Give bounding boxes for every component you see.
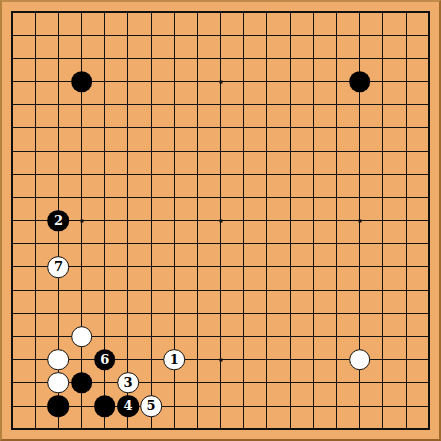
point-E6[interactable]	[93, 302, 116, 325]
point-D16[interactable]	[70, 70, 93, 93]
point-B3[interactable]	[24, 371, 47, 394]
point-P11[interactable]	[325, 186, 348, 209]
point-L8[interactable]	[232, 255, 255, 278]
point-L15[interactable]	[232, 93, 255, 116]
point-F3[interactable]: 3	[116, 371, 139, 394]
point-A7[interactable]	[1, 279, 24, 302]
point-O9[interactable]	[302, 232, 325, 255]
point-E12[interactable]	[93, 163, 116, 186]
point-F2[interactable]: 4	[116, 394, 139, 417]
point-C11[interactable]	[47, 186, 70, 209]
point-T9[interactable]	[418, 232, 441, 255]
point-C18[interactable]	[47, 24, 70, 47]
point-G6[interactable]	[140, 302, 163, 325]
point-T11[interactable]	[418, 186, 441, 209]
point-Q16[interactable]	[348, 70, 371, 93]
point-N15[interactable]	[279, 93, 302, 116]
point-K1[interactable]	[209, 418, 232, 441]
point-H8[interactable]	[163, 255, 186, 278]
point-R18[interactable]	[371, 24, 394, 47]
point-K11[interactable]	[209, 186, 232, 209]
point-Q6[interactable]	[348, 302, 371, 325]
point-M2[interactable]	[255, 394, 278, 417]
point-T13[interactable]	[418, 140, 441, 163]
point-B19[interactable]	[24, 1, 47, 24]
point-K8[interactable]	[209, 255, 232, 278]
point-N5[interactable]	[279, 325, 302, 348]
point-E15[interactable]	[93, 93, 116, 116]
point-T4[interactable]	[418, 348, 441, 371]
point-M8[interactable]	[255, 255, 278, 278]
point-T16[interactable]	[418, 70, 441, 93]
point-A11[interactable]	[1, 186, 24, 209]
point-F12[interactable]	[116, 163, 139, 186]
point-P19[interactable]	[325, 1, 348, 24]
point-R6[interactable]	[371, 302, 394, 325]
point-F10[interactable]	[116, 209, 139, 232]
point-M14[interactable]	[255, 116, 278, 139]
point-M4[interactable]	[255, 348, 278, 371]
point-R13[interactable]	[371, 140, 394, 163]
point-A9[interactable]	[1, 232, 24, 255]
point-R2[interactable]	[371, 394, 394, 417]
point-R7[interactable]	[371, 279, 394, 302]
point-K15[interactable]	[209, 93, 232, 116]
point-D6[interactable]	[70, 302, 93, 325]
point-P3[interactable]	[325, 371, 348, 394]
point-T1[interactable]	[418, 418, 441, 441]
point-J13[interactable]	[186, 140, 209, 163]
point-E13[interactable]	[93, 140, 116, 163]
point-E17[interactable]	[93, 47, 116, 70]
point-G10[interactable]	[140, 209, 163, 232]
point-D19[interactable]	[70, 1, 93, 24]
point-H19[interactable]	[163, 1, 186, 24]
point-A13[interactable]	[1, 140, 24, 163]
point-S10[interactable]	[394, 209, 417, 232]
point-G19[interactable]	[140, 1, 163, 24]
point-Q14[interactable]	[348, 116, 371, 139]
point-O12[interactable]	[302, 163, 325, 186]
point-A12[interactable]	[1, 163, 24, 186]
point-D14[interactable]	[70, 116, 93, 139]
point-D9[interactable]	[70, 232, 93, 255]
point-R8[interactable]	[371, 255, 394, 278]
point-S2[interactable]	[394, 394, 417, 417]
point-E2[interactable]	[93, 394, 116, 417]
point-O8[interactable]	[302, 255, 325, 278]
point-L10[interactable]	[232, 209, 255, 232]
point-S18[interactable]	[394, 24, 417, 47]
point-F6[interactable]	[116, 302, 139, 325]
point-P18[interactable]	[325, 24, 348, 47]
point-H4[interactable]: 1	[163, 348, 186, 371]
point-R17[interactable]	[371, 47, 394, 70]
point-O4[interactable]	[302, 348, 325, 371]
point-M19[interactable]	[255, 1, 278, 24]
point-O7[interactable]	[302, 279, 325, 302]
point-T12[interactable]	[418, 163, 441, 186]
point-O17[interactable]	[302, 47, 325, 70]
point-K3[interactable]	[209, 371, 232, 394]
point-D18[interactable]	[70, 24, 93, 47]
point-A17[interactable]	[1, 47, 24, 70]
point-M13[interactable]	[255, 140, 278, 163]
point-J10[interactable]	[186, 209, 209, 232]
point-E3[interactable]	[93, 371, 116, 394]
point-R19[interactable]	[371, 1, 394, 24]
point-H3[interactable]	[163, 371, 186, 394]
point-N11[interactable]	[279, 186, 302, 209]
point-D7[interactable]	[70, 279, 93, 302]
point-B12[interactable]	[24, 163, 47, 186]
point-Q4[interactable]	[348, 348, 371, 371]
point-O5[interactable]	[302, 325, 325, 348]
point-H12[interactable]	[163, 163, 186, 186]
point-T7[interactable]	[418, 279, 441, 302]
point-B1[interactable]	[24, 418, 47, 441]
point-N1[interactable]	[279, 418, 302, 441]
point-F5[interactable]	[116, 325, 139, 348]
point-D8[interactable]	[70, 255, 93, 278]
point-S9[interactable]	[394, 232, 417, 255]
point-J12[interactable]	[186, 163, 209, 186]
point-L17[interactable]	[232, 47, 255, 70]
point-E4[interactable]: 6	[93, 348, 116, 371]
point-G1[interactable]	[140, 418, 163, 441]
point-Q17[interactable]	[348, 47, 371, 70]
point-G17[interactable]	[140, 47, 163, 70]
point-K19[interactable]	[209, 1, 232, 24]
point-Q3[interactable]	[348, 371, 371, 394]
point-K5[interactable]	[209, 325, 232, 348]
point-L2[interactable]	[232, 394, 255, 417]
point-R15[interactable]	[371, 93, 394, 116]
point-O11[interactable]	[302, 186, 325, 209]
point-N4[interactable]	[279, 348, 302, 371]
point-F14[interactable]	[116, 116, 139, 139]
point-L18[interactable]	[232, 24, 255, 47]
point-N6[interactable]	[279, 302, 302, 325]
point-P13[interactable]	[325, 140, 348, 163]
point-A2[interactable]	[1, 394, 24, 417]
point-L7[interactable]	[232, 279, 255, 302]
point-S4[interactable]	[394, 348, 417, 371]
point-C16[interactable]	[47, 70, 70, 93]
point-B16[interactable]	[24, 70, 47, 93]
point-Q18[interactable]	[348, 24, 371, 47]
point-B9[interactable]	[24, 232, 47, 255]
point-G3[interactable]	[140, 371, 163, 394]
point-B11[interactable]	[24, 186, 47, 209]
point-D13[interactable]	[70, 140, 93, 163]
point-L5[interactable]	[232, 325, 255, 348]
point-L16[interactable]	[232, 70, 255, 93]
point-K7[interactable]	[209, 279, 232, 302]
point-K9[interactable]	[209, 232, 232, 255]
point-L12[interactable]	[232, 163, 255, 186]
point-C14[interactable]	[47, 116, 70, 139]
point-P7[interactable]	[325, 279, 348, 302]
point-S13[interactable]	[394, 140, 417, 163]
point-R11[interactable]	[371, 186, 394, 209]
point-P12[interactable]	[325, 163, 348, 186]
point-G11[interactable]	[140, 186, 163, 209]
point-B8[interactable]	[24, 255, 47, 278]
point-C5[interactable]	[47, 325, 70, 348]
point-P4[interactable]	[325, 348, 348, 371]
point-B5[interactable]	[24, 325, 47, 348]
point-Q15[interactable]	[348, 93, 371, 116]
point-Q19[interactable]	[348, 1, 371, 24]
point-M12[interactable]	[255, 163, 278, 186]
point-D2[interactable]	[70, 394, 93, 417]
point-F15[interactable]	[116, 93, 139, 116]
point-N9[interactable]	[279, 232, 302, 255]
point-C8[interactable]: 7	[47, 255, 70, 278]
point-E18[interactable]	[93, 24, 116, 47]
point-T8[interactable]	[418, 255, 441, 278]
point-H18[interactable]	[163, 24, 186, 47]
point-N14[interactable]	[279, 116, 302, 139]
point-L1[interactable]	[232, 418, 255, 441]
point-N16[interactable]	[279, 70, 302, 93]
point-T6[interactable]	[418, 302, 441, 325]
point-E10[interactable]	[93, 209, 116, 232]
point-D4[interactable]	[70, 348, 93, 371]
point-P9[interactable]	[325, 232, 348, 255]
point-F1[interactable]	[116, 418, 139, 441]
point-A8[interactable]	[1, 255, 24, 278]
point-L4[interactable]	[232, 348, 255, 371]
point-G2[interactable]: 5	[140, 394, 163, 417]
point-E9[interactable]	[93, 232, 116, 255]
point-K18[interactable]	[209, 24, 232, 47]
point-J14[interactable]	[186, 116, 209, 139]
point-J15[interactable]	[186, 93, 209, 116]
point-H1[interactable]	[163, 418, 186, 441]
point-C9[interactable]	[47, 232, 70, 255]
point-J18[interactable]	[186, 24, 209, 47]
point-B15[interactable]	[24, 93, 47, 116]
point-J3[interactable]	[186, 371, 209, 394]
point-O10[interactable]	[302, 209, 325, 232]
point-A16[interactable]	[1, 70, 24, 93]
point-K16[interactable]	[209, 70, 232, 93]
point-D15[interactable]	[70, 93, 93, 116]
point-Q13[interactable]	[348, 140, 371, 163]
point-S19[interactable]	[394, 1, 417, 24]
point-P5[interactable]	[325, 325, 348, 348]
point-P2[interactable]	[325, 394, 348, 417]
point-T5[interactable]	[418, 325, 441, 348]
point-K14[interactable]	[209, 116, 232, 139]
point-Q8[interactable]	[348, 255, 371, 278]
point-O18[interactable]	[302, 24, 325, 47]
point-M16[interactable]	[255, 70, 278, 93]
point-T18[interactable]	[418, 24, 441, 47]
point-S8[interactable]	[394, 255, 417, 278]
point-F16[interactable]	[116, 70, 139, 93]
point-H11[interactable]	[163, 186, 186, 209]
point-O2[interactable]	[302, 394, 325, 417]
point-S15[interactable]	[394, 93, 417, 116]
point-F11[interactable]	[116, 186, 139, 209]
point-C3[interactable]	[47, 371, 70, 394]
point-B10[interactable]	[24, 209, 47, 232]
point-P17[interactable]	[325, 47, 348, 70]
point-S11[interactable]	[394, 186, 417, 209]
point-A5[interactable]	[1, 325, 24, 348]
point-M6[interactable]	[255, 302, 278, 325]
point-D12[interactable]	[70, 163, 93, 186]
point-T15[interactable]	[418, 93, 441, 116]
point-N19[interactable]	[279, 1, 302, 24]
point-J17[interactable]	[186, 47, 209, 70]
point-L6[interactable]	[232, 302, 255, 325]
point-P6[interactable]	[325, 302, 348, 325]
point-M17[interactable]	[255, 47, 278, 70]
point-L13[interactable]	[232, 140, 255, 163]
point-J4[interactable]	[186, 348, 209, 371]
point-O3[interactable]	[302, 371, 325, 394]
point-S5[interactable]	[394, 325, 417, 348]
point-G12[interactable]	[140, 163, 163, 186]
point-E7[interactable]	[93, 279, 116, 302]
point-H13[interactable]	[163, 140, 186, 163]
point-S1[interactable]	[394, 418, 417, 441]
point-P16[interactable]	[325, 70, 348, 93]
point-C7[interactable]	[47, 279, 70, 302]
point-S17[interactable]	[394, 47, 417, 70]
point-F8[interactable]	[116, 255, 139, 278]
point-C19[interactable]	[47, 1, 70, 24]
point-J8[interactable]	[186, 255, 209, 278]
point-M18[interactable]	[255, 24, 278, 47]
point-L3[interactable]	[232, 371, 255, 394]
point-G8[interactable]	[140, 255, 163, 278]
point-Q10[interactable]	[348, 209, 371, 232]
point-A19[interactable]	[1, 1, 24, 24]
point-C15[interactable]	[47, 93, 70, 116]
point-A3[interactable]	[1, 371, 24, 394]
point-G16[interactable]	[140, 70, 163, 93]
point-M1[interactable]	[255, 418, 278, 441]
point-B2[interactable]	[24, 394, 47, 417]
point-A15[interactable]	[1, 93, 24, 116]
point-C13[interactable]	[47, 140, 70, 163]
point-A14[interactable]	[1, 116, 24, 139]
point-N18[interactable]	[279, 24, 302, 47]
point-L9[interactable]	[232, 232, 255, 255]
point-O16[interactable]	[302, 70, 325, 93]
point-S14[interactable]	[394, 116, 417, 139]
point-N12[interactable]	[279, 163, 302, 186]
point-C17[interactable]	[47, 47, 70, 70]
point-S16[interactable]	[394, 70, 417, 93]
point-E16[interactable]	[93, 70, 116, 93]
point-D17[interactable]	[70, 47, 93, 70]
point-P15[interactable]	[325, 93, 348, 116]
point-F19[interactable]	[116, 1, 139, 24]
point-N3[interactable]	[279, 371, 302, 394]
point-E1[interactable]	[93, 418, 116, 441]
point-R9[interactable]	[371, 232, 394, 255]
point-F9[interactable]	[116, 232, 139, 255]
point-E14[interactable]	[93, 116, 116, 139]
point-C12[interactable]	[47, 163, 70, 186]
point-B13[interactable]	[24, 140, 47, 163]
point-O19[interactable]	[302, 1, 325, 24]
point-E19[interactable]	[93, 1, 116, 24]
point-F7[interactable]	[116, 279, 139, 302]
point-H15[interactable]	[163, 93, 186, 116]
point-Q9[interactable]	[348, 232, 371, 255]
point-M3[interactable]	[255, 371, 278, 394]
point-J1[interactable]	[186, 418, 209, 441]
point-B18[interactable]	[24, 24, 47, 47]
point-M11[interactable]	[255, 186, 278, 209]
point-C2[interactable]	[47, 394, 70, 417]
point-D11[interactable]	[70, 186, 93, 209]
point-P14[interactable]	[325, 116, 348, 139]
point-G13[interactable]	[140, 140, 163, 163]
point-B6[interactable]	[24, 302, 47, 325]
point-C1[interactable]	[47, 418, 70, 441]
point-Q12[interactable]	[348, 163, 371, 186]
point-E5[interactable]	[93, 325, 116, 348]
point-N10[interactable]	[279, 209, 302, 232]
point-S6[interactable]	[394, 302, 417, 325]
point-B7[interactable]	[24, 279, 47, 302]
point-H7[interactable]	[163, 279, 186, 302]
point-S7[interactable]	[394, 279, 417, 302]
point-G15[interactable]	[140, 93, 163, 116]
point-K4[interactable]	[209, 348, 232, 371]
point-A6[interactable]	[1, 302, 24, 325]
point-L19[interactable]	[232, 1, 255, 24]
point-R14[interactable]	[371, 116, 394, 139]
point-E11[interactable]	[93, 186, 116, 209]
point-J16[interactable]	[186, 70, 209, 93]
point-F18[interactable]	[116, 24, 139, 47]
point-G5[interactable]	[140, 325, 163, 348]
point-R12[interactable]	[371, 163, 394, 186]
point-C6[interactable]	[47, 302, 70, 325]
point-H9[interactable]	[163, 232, 186, 255]
point-J5[interactable]	[186, 325, 209, 348]
point-B14[interactable]	[24, 116, 47, 139]
point-F17[interactable]	[116, 47, 139, 70]
point-G7[interactable]	[140, 279, 163, 302]
point-R10[interactable]	[371, 209, 394, 232]
point-Q2[interactable]	[348, 394, 371, 417]
point-O6[interactable]	[302, 302, 325, 325]
point-T14[interactable]	[418, 116, 441, 139]
point-R5[interactable]	[371, 325, 394, 348]
point-B4[interactable]	[24, 348, 47, 371]
point-J2[interactable]	[186, 394, 209, 417]
point-P8[interactable]	[325, 255, 348, 278]
point-J9[interactable]	[186, 232, 209, 255]
point-R3[interactable]	[371, 371, 394, 394]
point-A4[interactable]	[1, 348, 24, 371]
point-G14[interactable]	[140, 116, 163, 139]
point-A18[interactable]	[1, 24, 24, 47]
point-F4[interactable]	[116, 348, 139, 371]
point-J11[interactable]	[186, 186, 209, 209]
point-J7[interactable]	[186, 279, 209, 302]
